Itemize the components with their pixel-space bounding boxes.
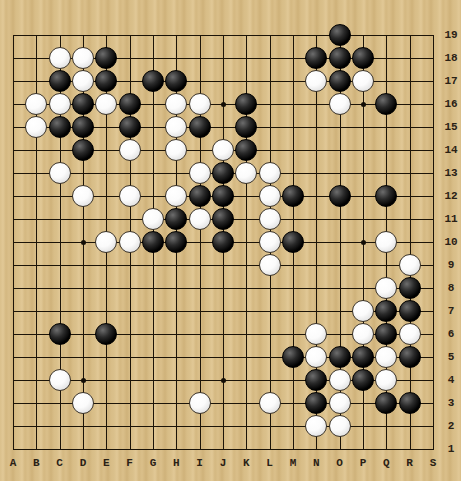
intersection-N8[interactable]	[305, 277, 328, 300]
black-stone-M5	[282, 346, 304, 368]
intersection-A6[interactable]	[1, 323, 24, 346]
intersection-E9[interactable]	[95, 254, 118, 277]
intersection-K12[interactable]	[235, 185, 258, 208]
intersection-B17[interactable]	[25, 70, 48, 93]
intersection-A3[interactable]	[1, 392, 24, 415]
intersection-C8[interactable]	[48, 277, 71, 300]
intersection-F13[interactable]	[118, 162, 141, 185]
intersection-B18[interactable]	[25, 47, 48, 70]
intersection-K17[interactable]	[235, 70, 258, 93]
intersection-N19[interactable]	[305, 24, 328, 47]
intersection-R13[interactable]	[398, 162, 421, 185]
intersection-D2[interactable]	[71, 415, 94, 438]
intersection-E11[interactable]	[95, 208, 118, 231]
intersection-A9[interactable]	[1, 254, 24, 277]
intersection-H13[interactable]	[165, 162, 188, 185]
intersection-G17	[141, 70, 164, 93]
intersection-A16[interactable]	[1, 93, 24, 116]
intersection-L12	[258, 185, 281, 208]
intersection-L8[interactable]	[258, 277, 281, 300]
intersection-J8[interactable]	[211, 277, 234, 300]
intersection-K5[interactable]	[235, 346, 258, 369]
intersection-N18	[305, 47, 328, 70]
intersection-A10[interactable]	[1, 231, 24, 254]
intersection-E8[interactable]	[95, 277, 118, 300]
intersection-K7[interactable]	[235, 300, 258, 323]
intersection-M2[interactable]	[281, 415, 304, 438]
intersection-K4[interactable]	[235, 369, 258, 392]
black-stone-M10	[282, 231, 304, 253]
intersection-P3[interactable]	[351, 392, 374, 415]
intersection-M14[interactable]	[281, 139, 304, 162]
intersection-R15[interactable]	[398, 116, 421, 139]
intersection-Q19[interactable]	[375, 24, 398, 47]
intersection-G12[interactable]	[141, 185, 164, 208]
intersection-P14[interactable]	[351, 139, 374, 162]
intersection-I12	[188, 185, 211, 208]
black-stone-Q16	[375, 93, 397, 115]
intersection-H9[interactable]	[165, 254, 188, 277]
intersection-R12[interactable]	[398, 185, 421, 208]
intersection-J17[interactable]	[211, 70, 234, 93]
intersection-H5[interactable]	[165, 346, 188, 369]
intersection-C11[interactable]	[48, 208, 71, 231]
intersection-J19[interactable]	[211, 24, 234, 47]
intersection-E5[interactable]	[95, 346, 118, 369]
intersection-P15[interactable]	[351, 116, 374, 139]
black-stone-H17	[165, 70, 187, 92]
intersection-Q6	[375, 323, 398, 346]
black-stone-F15	[119, 116, 141, 138]
intersection-A2[interactable]	[1, 415, 24, 438]
intersection-B6[interactable]	[25, 323, 48, 346]
intersection-M6[interactable]	[281, 323, 304, 346]
intersection-F2[interactable]	[118, 415, 141, 438]
intersection-N14[interactable]	[305, 139, 328, 162]
intersection-E14[interactable]	[95, 139, 118, 162]
column-label-Q: Q	[374, 456, 398, 470]
intersection-E6	[95, 323, 118, 346]
intersection-F3[interactable]	[118, 392, 141, 415]
intersection-N12[interactable]	[305, 185, 328, 208]
intersection-K13	[235, 162, 258, 185]
intersection-L14[interactable]	[258, 139, 281, 162]
intersection-A8[interactable]	[1, 277, 24, 300]
intersection-L19[interactable]	[258, 24, 281, 47]
intersection-B10[interactable]	[25, 231, 48, 254]
intersection-M12	[281, 185, 304, 208]
intersection-I4[interactable]	[188, 369, 211, 392]
black-stone-O12	[329, 185, 351, 207]
white-stone-N6	[305, 323, 327, 345]
intersection-D5[interactable]	[71, 346, 94, 369]
intersection-O14[interactable]	[328, 139, 351, 162]
white-stone-K13	[235, 162, 257, 184]
intersection-O13[interactable]	[328, 162, 351, 185]
intersection-L5[interactable]	[258, 346, 281, 369]
intersection-O5	[328, 346, 351, 369]
white-stone-C13	[49, 162, 71, 184]
black-stone-J10	[212, 231, 234, 253]
intersection-J3[interactable]	[211, 392, 234, 415]
intersection-M18[interactable]	[281, 47, 304, 70]
row-label-9: 9	[440, 258, 461, 272]
intersection-I8[interactable]	[188, 277, 211, 300]
intersection-I14[interactable]	[188, 139, 211, 162]
white-stone-D3	[72, 392, 94, 414]
intersection-Q11[interactable]	[375, 208, 398, 231]
intersection-P10[interactable]	[351, 231, 374, 254]
intersection-B16	[25, 93, 48, 116]
intersection-O6[interactable]	[328, 323, 351, 346]
intersection-J10	[211, 231, 234, 254]
row-label-15: 15	[440, 120, 461, 134]
intersection-D18	[71, 47, 94, 70]
intersection-P13[interactable]	[351, 162, 374, 185]
intersection-E17	[95, 70, 118, 93]
intersection-O8[interactable]	[328, 277, 351, 300]
intersection-E15[interactable]	[95, 116, 118, 139]
intersection-H11	[165, 208, 188, 231]
intersection-B7[interactable]	[25, 300, 48, 323]
intersection-L15[interactable]	[258, 116, 281, 139]
intersection-R16[interactable]	[398, 93, 421, 116]
intersection-R7	[398, 300, 421, 323]
intersection-E12[interactable]	[95, 185, 118, 208]
intersection-C12[interactable]	[48, 185, 71, 208]
intersection-E3[interactable]	[95, 392, 118, 415]
intersection-K2[interactable]	[235, 415, 258, 438]
intersection-D7[interactable]	[71, 300, 94, 323]
intersection-F6[interactable]	[118, 323, 141, 346]
black-stone-Q6	[375, 323, 397, 345]
white-stone-C18	[49, 47, 71, 69]
intersection-R4[interactable]	[398, 369, 421, 392]
intersection-Q2[interactable]	[375, 415, 398, 438]
intersection-D13[interactable]	[71, 162, 94, 185]
intersection-C14[interactable]	[48, 139, 71, 162]
intersection-P19[interactable]	[351, 24, 374, 47]
intersection-Q13[interactable]	[375, 162, 398, 185]
intersection-R10[interactable]	[398, 231, 421, 254]
intersection-I6[interactable]	[188, 323, 211, 346]
intersection-A12[interactable]	[1, 185, 24, 208]
intersection-B4[interactable]	[25, 369, 48, 392]
intersection-I10[interactable]	[188, 231, 211, 254]
intersection-B9[interactable]	[25, 254, 48, 277]
intersection-I7[interactable]	[188, 300, 211, 323]
intersection-M5	[281, 346, 304, 369]
black-stone-C6	[49, 323, 71, 345]
intersection-M10	[281, 231, 304, 254]
white-stone-R9	[399, 254, 421, 276]
intersection-C7[interactable]	[48, 300, 71, 323]
intersection-O7[interactable]	[328, 300, 351, 323]
intersection-H6[interactable]	[165, 323, 188, 346]
intersection-K8[interactable]	[235, 277, 258, 300]
white-stone-H14	[165, 139, 187, 161]
row-label-19: 19	[440, 28, 461, 42]
intersection-H3[interactable]	[165, 392, 188, 415]
intersection-R2[interactable]	[398, 415, 421, 438]
black-stone-E18	[95, 47, 117, 69]
intersection-E7[interactable]	[95, 300, 118, 323]
intersection-N9[interactable]	[305, 254, 328, 277]
intersection-G16[interactable]	[141, 93, 164, 116]
go-board: ABCDEFGHIJKLMNOPQRS191817161514131211109…	[0, 0, 461, 481]
intersection-G14[interactable]	[141, 139, 164, 162]
white-stone-N2	[305, 415, 327, 437]
intersection-P9[interactable]	[351, 254, 374, 277]
intersection-B5[interactable]	[25, 346, 48, 369]
intersection-M13[interactable]	[281, 162, 304, 185]
intersection-K10[interactable]	[235, 231, 258, 254]
intersection-R14[interactable]	[398, 139, 421, 162]
intersection-H7[interactable]	[165, 300, 188, 323]
intersection-J13	[211, 162, 234, 185]
intersection-B2[interactable]	[25, 415, 48, 438]
intersection-M9[interactable]	[281, 254, 304, 277]
intersection-R19[interactable]	[398, 24, 421, 47]
intersection-N16[interactable]	[305, 93, 328, 116]
intersection-B11[interactable]	[25, 208, 48, 231]
row-label-17: 17	[440, 74, 461, 88]
intersection-R18[interactable]	[398, 47, 421, 70]
row-label-10: 10	[440, 235, 461, 249]
intersection-Q15[interactable]	[375, 116, 398, 139]
intersection-J15[interactable]	[211, 116, 234, 139]
intersection-E13[interactable]	[95, 162, 118, 185]
intersection-D9[interactable]	[71, 254, 94, 277]
intersection-K9[interactable]	[235, 254, 258, 277]
intersection-A7[interactable]	[1, 300, 24, 323]
intersection-P17	[351, 70, 374, 93]
intersection-C17	[48, 70, 71, 93]
intersection-J16[interactable]	[211, 93, 234, 116]
intersection-O18	[328, 47, 351, 70]
intersection-H4[interactable]	[165, 369, 188, 392]
intersection-D11[interactable]	[71, 208, 94, 231]
intersection-R6	[398, 323, 421, 346]
intersection-J7[interactable]	[211, 300, 234, 323]
intersection-A5[interactable]	[1, 346, 24, 369]
intersection-K18[interactable]	[235, 47, 258, 70]
intersection-M19[interactable]	[281, 24, 304, 47]
intersection-G5[interactable]	[141, 346, 164, 369]
intersection-J4[interactable]	[211, 369, 234, 392]
intersection-J5[interactable]	[211, 346, 234, 369]
intersection-J18[interactable]	[211, 47, 234, 70]
intersection-D4[interactable]	[71, 369, 94, 392]
intersection-M4[interactable]	[281, 369, 304, 392]
intersection-R11[interactable]	[398, 208, 421, 231]
intersection-G18[interactable]	[141, 47, 164, 70]
intersection-M8[interactable]	[281, 277, 304, 300]
row-label-3: 3	[440, 396, 461, 410]
intersection-B3[interactable]	[25, 392, 48, 415]
intersection-A11[interactable]	[1, 208, 24, 231]
intersection-B13[interactable]	[25, 162, 48, 185]
intersection-D10[interactable]	[71, 231, 94, 254]
intersection-L18[interactable]	[258, 47, 281, 70]
intersection-N7[interactable]	[305, 300, 328, 323]
intersection-G13[interactable]	[141, 162, 164, 185]
intersection-G19[interactable]	[141, 24, 164, 47]
intersection-I19[interactable]	[188, 24, 211, 47]
intersection-L16[interactable]	[258, 93, 281, 116]
intersection-N10[interactable]	[305, 231, 328, 254]
intersection-I15	[188, 116, 211, 139]
white-stone-P17	[352, 70, 374, 92]
black-stone-J12	[212, 185, 234, 207]
column-label-E: E	[94, 456, 118, 470]
intersection-E4[interactable]	[95, 369, 118, 392]
intersection-Q17[interactable]	[375, 70, 398, 93]
intersection-B8[interactable]	[25, 277, 48, 300]
intersection-O15[interactable]	[328, 116, 351, 139]
intersection-P16[interactable]	[351, 93, 374, 116]
intersection-M17[interactable]	[281, 70, 304, 93]
intersection-G15[interactable]	[141, 116, 164, 139]
intersection-F18[interactable]	[118, 47, 141, 70]
intersection-H8[interactable]	[165, 277, 188, 300]
intersection-K6[interactable]	[235, 323, 258, 346]
intersection-G6[interactable]	[141, 323, 164, 346]
intersection-O10[interactable]	[328, 231, 351, 254]
intersection-P11[interactable]	[351, 208, 374, 231]
intersection-H19[interactable]	[165, 24, 188, 47]
intersection-F11[interactable]	[118, 208, 141, 231]
intersection-F9[interactable]	[118, 254, 141, 277]
black-stone-O17	[329, 70, 351, 92]
row-label-16: 16	[440, 97, 461, 111]
intersection-G3[interactable]	[141, 392, 164, 415]
intersection-G2[interactable]	[141, 415, 164, 438]
intersection-J2[interactable]	[211, 415, 234, 438]
intersection-L17[interactable]	[258, 70, 281, 93]
intersection-J9[interactable]	[211, 254, 234, 277]
intersection-N15[interactable]	[305, 116, 328, 139]
black-stone-P4	[352, 369, 374, 391]
intersection-I17[interactable]	[188, 70, 211, 93]
intersection-L6[interactable]	[258, 323, 281, 346]
intersection-H10	[165, 231, 188, 254]
intersection-M11[interactable]	[281, 208, 304, 231]
intersection-F5[interactable]	[118, 346, 141, 369]
intersection-M15[interactable]	[281, 116, 304, 139]
intersection-P12[interactable]	[351, 185, 374, 208]
intersection-A15[interactable]	[1, 116, 24, 139]
intersection-F8[interactable]	[118, 277, 141, 300]
white-stone-F14	[119, 139, 141, 161]
intersection-L7[interactable]	[258, 300, 281, 323]
white-stone-L10	[259, 231, 281, 253]
white-stone-N5	[305, 346, 327, 368]
white-stone-J14	[212, 139, 234, 161]
intersection-C19[interactable]	[48, 24, 71, 47]
intersection-A13[interactable]	[1, 162, 24, 185]
intersection-M16[interactable]	[281, 93, 304, 116]
intersection-Q14[interactable]	[375, 139, 398, 162]
intersection-F19[interactable]	[118, 24, 141, 47]
black-stone-I12	[189, 185, 211, 207]
intersection-O11[interactable]	[328, 208, 351, 231]
intersection-M7[interactable]	[281, 300, 304, 323]
intersection-B19[interactable]	[25, 24, 48, 47]
intersection-N11[interactable]	[305, 208, 328, 231]
intersection-I5[interactable]	[188, 346, 211, 369]
row-label-13: 13	[440, 166, 461, 180]
intersection-N13[interactable]	[305, 162, 328, 185]
intersection-C5[interactable]	[48, 346, 71, 369]
intersection-D19[interactable]	[71, 24, 94, 47]
intersection-L2[interactable]	[258, 415, 281, 438]
intersection-C3[interactable]	[48, 392, 71, 415]
intersection-B12[interactable]	[25, 185, 48, 208]
intersection-P7	[351, 300, 374, 323]
intersection-P2[interactable]	[351, 415, 374, 438]
intersection-K11[interactable]	[235, 208, 258, 231]
intersection-A19[interactable]	[1, 24, 24, 47]
intersection-F7[interactable]	[118, 300, 141, 323]
white-stone-B16	[25, 93, 47, 115]
intersection-B14[interactable]	[25, 139, 48, 162]
intersection-P6	[351, 323, 374, 346]
intersection-G4[interactable]	[141, 369, 164, 392]
intersection-R8	[398, 277, 421, 300]
intersection-C10[interactable]	[48, 231, 71, 254]
intersection-D6[interactable]	[71, 323, 94, 346]
intersection-D14	[71, 139, 94, 162]
intersection-O9[interactable]	[328, 254, 351, 277]
intersection-I9[interactable]	[188, 254, 211, 277]
intersection-Q18[interactable]	[375, 47, 398, 70]
intersection-A14[interactable]	[1, 139, 24, 162]
intersection-E19[interactable]	[95, 24, 118, 47]
intersection-G8[interactable]	[141, 277, 164, 300]
column-label-P: P	[351, 456, 375, 470]
intersection-D8[interactable]	[71, 277, 94, 300]
intersection-Q9[interactable]	[375, 254, 398, 277]
intersection-C2[interactable]	[48, 415, 71, 438]
intersection-P8[interactable]	[351, 277, 374, 300]
intersection-H18[interactable]	[165, 47, 188, 70]
intersection-I2[interactable]	[188, 415, 211, 438]
black-stone-N3	[305, 392, 327, 414]
intersection-H2[interactable]	[165, 415, 188, 438]
intersection-A4[interactable]	[1, 369, 24, 392]
intersection-K3[interactable]	[235, 392, 258, 415]
intersection-F17[interactable]	[118, 70, 141, 93]
white-stone-I3	[189, 392, 211, 414]
intersection-G9[interactable]	[141, 254, 164, 277]
intersection-F10	[118, 231, 141, 254]
intersection-M3[interactable]	[281, 392, 304, 415]
intersection-E2[interactable]	[95, 415, 118, 438]
intersection-C9[interactable]	[48, 254, 71, 277]
intersection-A17[interactable]	[1, 70, 24, 93]
intersection-G7[interactable]	[141, 300, 164, 323]
intersection-R17[interactable]	[398, 70, 421, 93]
intersection-I18[interactable]	[188, 47, 211, 70]
intersection-L4[interactable]	[258, 369, 281, 392]
intersection-A18[interactable]	[1, 47, 24, 70]
intersection-F4[interactable]	[118, 369, 141, 392]
black-stone-D15	[72, 116, 94, 138]
intersection-O12	[328, 185, 351, 208]
intersection-J6[interactable]	[211, 323, 234, 346]
intersection-K19[interactable]	[235, 24, 258, 47]
